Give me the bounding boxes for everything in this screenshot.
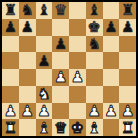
chess-board: ♜♞♝♛♝♜♟♟♚♟♟♟♞♟♟♟♞♟♟♟♟♟♟♜♝♛♚♝♜: [0, 0, 138, 138]
black-bishop-piece[interactable]: ♝: [37, 2, 50, 18]
square-c3[interactable]: ♞: [36, 86, 53, 103]
square-d4[interactable]: ♟: [52, 69, 69, 86]
square-c8[interactable]: ♝: [36, 2, 53, 19]
white-king-piece[interactable]: ♚: [71, 120, 84, 136]
black-king-piece[interactable]: ♚: [87, 19, 100, 35]
white-pawn-piece[interactable]: ♟: [104, 103, 117, 119]
white-pawn-piece[interactable]: ♟: [87, 103, 100, 119]
white-bishop-piece[interactable]: ♝: [37, 120, 50, 136]
square-g6[interactable]: [103, 36, 120, 53]
square-e6[interactable]: [69, 36, 86, 53]
square-f5[interactable]: [86, 52, 103, 69]
square-c5[interactable]: ♟: [36, 52, 53, 69]
square-d2[interactable]: [52, 103, 69, 120]
white-pawn-piece[interactable]: ♟: [37, 103, 50, 119]
square-b8[interactable]: ♞: [19, 2, 36, 19]
square-f2[interactable]: ♟: [86, 103, 103, 120]
square-c1[interactable]: ♝: [36, 119, 53, 136]
square-c2[interactable]: ♟: [36, 103, 53, 120]
square-h2[interactable]: ♟: [119, 103, 136, 120]
square-a6[interactable]: [2, 36, 19, 53]
square-c7[interactable]: [36, 19, 53, 36]
square-a5[interactable]: [2, 52, 19, 69]
square-g4[interactable]: [103, 69, 120, 86]
white-pawn-piece[interactable]: ♟: [20, 103, 33, 119]
square-h3[interactable]: [119, 86, 136, 103]
square-c6[interactable]: [36, 36, 53, 53]
square-b2[interactable]: ♟: [19, 103, 36, 120]
square-f4[interactable]: [86, 69, 103, 86]
black-pawn-piece[interactable]: ♟: [121, 19, 134, 35]
square-f6[interactable]: ♞: [86, 36, 103, 53]
square-d3[interactable]: [52, 86, 69, 103]
square-a2[interactable]: ♟: [2, 103, 19, 120]
square-e3[interactable]: [69, 86, 86, 103]
square-h6[interactable]: [119, 36, 136, 53]
white-pawn-piece[interactable]: ♟: [4, 103, 17, 119]
square-e1[interactable]: ♚: [69, 119, 86, 136]
square-g1[interactable]: [103, 119, 120, 136]
white-bishop-piece[interactable]: ♝: [87, 120, 100, 136]
square-a3[interactable]: [2, 86, 19, 103]
white-queen-piece[interactable]: ♛: [54, 120, 67, 136]
black-bishop-piece[interactable]: ♝: [87, 2, 100, 18]
square-e2[interactable]: [69, 103, 86, 120]
square-h7[interactable]: ♟: [119, 19, 136, 36]
square-g2[interactable]: ♟: [103, 103, 120, 120]
square-b3[interactable]: [19, 86, 36, 103]
square-e4[interactable]: ♟: [69, 69, 86, 86]
square-h4[interactable]: [119, 69, 136, 86]
black-pawn-piece[interactable]: ♟: [54, 36, 67, 52]
square-f8[interactable]: ♝: [86, 2, 103, 19]
square-b6[interactable]: [19, 36, 36, 53]
black-pawn-piece[interactable]: ♟: [20, 19, 33, 35]
square-e5[interactable]: [69, 52, 86, 69]
square-g7[interactable]: ♟: [103, 19, 120, 36]
white-pawn-piece[interactable]: ♟: [71, 69, 84, 85]
black-pawn-piece[interactable]: ♟: [104, 19, 117, 35]
white-knight-piece[interactable]: ♞: [37, 86, 50, 102]
white-rook-piece[interactable]: ♜: [121, 120, 134, 136]
square-f7[interactable]: ♚: [86, 19, 103, 36]
square-g8[interactable]: [103, 2, 120, 19]
square-h1[interactable]: ♜: [119, 119, 136, 136]
square-f1[interactable]: ♝: [86, 119, 103, 136]
black-knight-piece[interactable]: ♞: [20, 2, 33, 18]
black-rook-piece[interactable]: ♜: [121, 2, 134, 18]
square-a4[interactable]: [2, 69, 19, 86]
square-d5[interactable]: [52, 52, 69, 69]
square-g5[interactable]: [103, 52, 120, 69]
square-d7[interactable]: [52, 19, 69, 36]
square-e8[interactable]: [69, 2, 86, 19]
square-d8[interactable]: ♛: [52, 2, 69, 19]
square-b7[interactable]: ♟: [19, 19, 36, 36]
square-f3[interactable]: [86, 86, 103, 103]
square-a7[interactable]: ♟: [2, 19, 19, 36]
square-b4[interactable]: [19, 69, 36, 86]
square-d6[interactable]: ♟: [52, 36, 69, 53]
square-a1[interactable]: ♜: [2, 119, 19, 136]
black-queen-piece[interactable]: ♛: [54, 2, 67, 18]
square-h8[interactable]: ♜: [119, 2, 136, 19]
square-h5[interactable]: [119, 52, 136, 69]
square-e7[interactable]: [69, 19, 86, 36]
square-c4[interactable]: [36, 69, 53, 86]
black-pawn-piece[interactable]: ♟: [37, 53, 50, 69]
square-b1[interactable]: [19, 119, 36, 136]
black-knight-piece[interactable]: ♞: [87, 36, 100, 52]
black-pawn-piece[interactable]: ♟: [4, 19, 17, 35]
square-d1[interactable]: ♛: [52, 119, 69, 136]
square-b5[interactable]: [19, 52, 36, 69]
white-rook-piece[interactable]: ♜: [4, 120, 17, 136]
square-a8[interactable]: ♜: [2, 2, 19, 19]
black-rook-piece[interactable]: ♜: [4, 2, 17, 18]
square-g3[interactable]: [103, 86, 120, 103]
white-pawn-piece[interactable]: ♟: [54, 69, 67, 85]
white-pawn-piece[interactable]: ♟: [121, 103, 134, 119]
